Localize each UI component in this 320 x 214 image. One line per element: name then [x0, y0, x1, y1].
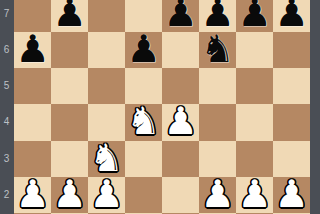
square-h6[interactable]: [273, 32, 310, 68]
square-d2[interactable]: [125, 177, 162, 213]
square-d7[interactable]: [125, 0, 162, 32]
square-d1[interactable]: ♛: [125, 213, 162, 214]
square-f7[interactable]: ♟: [199, 0, 236, 32]
rank-label-2: 2: [0, 189, 13, 201]
white-king-icon: ♚: [163, 212, 197, 214]
square-h4[interactable]: [273, 104, 310, 140]
rank-label-5: 5: [0, 80, 13, 92]
square-h5[interactable]: [273, 68, 310, 104]
white-pawn-icon: ♟: [15, 176, 49, 212]
square-g1[interactable]: [236, 213, 273, 214]
square-a3[interactable]: [14, 141, 51, 177]
white-pawn-icon: ♟: [163, 103, 197, 139]
black-knight-icon: ♞: [200, 31, 234, 67]
square-b6[interactable]: [51, 32, 88, 68]
square-b4[interactable]: [51, 104, 88, 140]
square-c6[interactable]: [88, 32, 125, 68]
square-c2[interactable]: ♟: [88, 177, 125, 213]
rank-label-3: 3: [0, 153, 13, 165]
square-c7[interactable]: [88, 0, 125, 32]
square-c5[interactable]: [88, 68, 125, 104]
white-rook-icon: ♜: [15, 212, 49, 214]
chess-board: ♜♞♝♛♚♝♜♟♟♟♟♟♟♟♞♞♟♞♟♟♟♟♟♟♜♝♛♚♝♜: [14, 0, 310, 214]
white-bishop-icon: ♝: [200, 212, 234, 214]
square-d5[interactable]: [125, 68, 162, 104]
square-e5[interactable]: [162, 68, 199, 104]
white-knight-icon: ♞: [89, 140, 123, 176]
square-f5[interactable]: [199, 68, 236, 104]
square-h3[interactable]: [273, 141, 310, 177]
square-c3[interactable]: ♞: [88, 141, 125, 177]
white-pawn-icon: ♟: [200, 176, 234, 212]
square-e1[interactable]: ♚: [162, 213, 199, 214]
chess-app-screen: ♜♞♝♛♚♝♜♟♟♟♟♟♟♟♞♞♟♞♟♟♟♟♟♟♜♝♛♚♝♜ 765432: [0, 0, 320, 214]
square-b2[interactable]: ♟: [51, 177, 88, 213]
black-pawn-icon: ♟: [15, 31, 49, 67]
square-g4[interactable]: [236, 104, 273, 140]
square-c1[interactable]: ♝: [88, 213, 125, 214]
square-d6[interactable]: ♟: [125, 32, 162, 68]
square-b3[interactable]: [51, 141, 88, 177]
square-e2[interactable]: [162, 177, 199, 213]
square-f3[interactable]: [199, 141, 236, 177]
black-pawn-icon: ♟: [163, 0, 197, 31]
square-a5[interactable]: [14, 68, 51, 104]
square-a2[interactable]: ♟: [14, 177, 51, 213]
white-pawn-icon: ♟: [274, 176, 308, 212]
square-b5[interactable]: [51, 68, 88, 104]
square-e4[interactable]: ♟: [162, 104, 199, 140]
square-h7[interactable]: ♟: [273, 0, 310, 32]
square-g5[interactable]: [236, 68, 273, 104]
square-f4[interactable]: [199, 104, 236, 140]
black-pawn-icon: ♟: [52, 0, 86, 31]
square-f6[interactable]: ♞: [199, 32, 236, 68]
square-c4[interactable]: [88, 104, 125, 140]
rank-coordinates: 765432: [0, 0, 14, 214]
square-e3[interactable]: [162, 141, 199, 177]
square-a1[interactable]: ♜: [14, 213, 51, 214]
rank-label-6: 6: [0, 44, 13, 56]
white-knight-icon: ♞: [126, 103, 160, 139]
white-rook-icon: ♜: [274, 212, 308, 214]
rank-label-4: 4: [0, 116, 13, 128]
white-pawn-icon: ♟: [89, 176, 123, 212]
square-g6[interactable]: [236, 32, 273, 68]
square-d3[interactable]: [125, 141, 162, 177]
white-pawn-icon: ♟: [237, 176, 271, 212]
square-e7[interactable]: ♟: [162, 0, 199, 32]
black-pawn-icon: ♟: [126, 31, 160, 67]
black-pawn-icon: ♟: [274, 0, 308, 31]
square-g7[interactable]: ♟: [236, 0, 273, 32]
square-h2[interactable]: ♟: [273, 177, 310, 213]
square-d4[interactable]: ♞: [125, 104, 162, 140]
black-pawn-icon: ♟: [237, 0, 271, 31]
square-f2[interactable]: ♟: [199, 177, 236, 213]
square-e6[interactable]: [162, 32, 199, 68]
square-a7[interactable]: [14, 0, 51, 32]
white-queen-icon: ♛: [126, 212, 160, 214]
square-f1[interactable]: ♝: [199, 213, 236, 214]
white-pawn-icon: ♟: [52, 176, 86, 212]
square-g2[interactable]: ♟: [236, 177, 273, 213]
white-bishop-icon: ♝: [89, 212, 123, 214]
square-b7[interactable]: ♟: [51, 0, 88, 32]
square-g3[interactable]: [236, 141, 273, 177]
square-h1[interactable]: ♜: [273, 213, 310, 214]
square-b1[interactable]: [51, 213, 88, 214]
square-a6[interactable]: ♟: [14, 32, 51, 68]
black-pawn-icon: ♟: [200, 0, 234, 31]
square-a4[interactable]: [14, 104, 51, 140]
rank-label-7: 7: [0, 8, 13, 20]
